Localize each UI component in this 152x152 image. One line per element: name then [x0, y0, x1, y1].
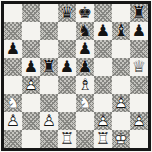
square-h2[interactable]: ♟♙	[130, 112, 148, 130]
square-c2[interactable]: ♟♙	[40, 112, 58, 130]
square-d3[interactable]	[58, 94, 76, 112]
square-h8[interactable]: ♜	[130, 4, 148, 22]
square-d2[interactable]	[58, 112, 76, 130]
piece-white-pawn[interactable]: ♙	[40, 112, 58, 130]
square-e4[interactable]: ♝♗	[76, 76, 94, 94]
square-c3[interactable]	[40, 94, 58, 112]
piece-black-pawn[interactable]: ♟	[94, 22, 112, 40]
chess-diagram: ♛♚♜♞♟♝♟♟♟♟♜♟♟♛♕♟♙♝♗♞♘♞♘♟♙♟♙♟♙♟♙♟♙♜♖♜♖♚♔	[0, 0, 152, 152]
square-a5[interactable]	[4, 58, 22, 76]
square-e1[interactable]	[76, 130, 94, 148]
piece-black-queen[interactable]: ♛	[58, 4, 76, 22]
piece-black-bishop[interactable]: ♝	[112, 22, 130, 40]
square-g6[interactable]	[112, 40, 130, 58]
square-b1[interactable]	[22, 130, 40, 148]
square-a3[interactable]: ♞♘	[4, 94, 22, 112]
square-h7[interactable]: ♟	[130, 22, 148, 40]
square-f7[interactable]: ♟	[94, 22, 112, 40]
square-g3[interactable]: ♟♙	[112, 94, 130, 112]
piece-white-queen[interactable]: ♕	[130, 58, 148, 76]
square-h6[interactable]	[130, 40, 148, 58]
square-d1[interactable]: ♜♖	[58, 130, 76, 148]
piece-white-pawn[interactable]: ♙	[4, 112, 22, 130]
square-e6[interactable]: ♟	[76, 40, 94, 58]
square-f2[interactable]: ♟♙	[94, 112, 112, 130]
piece-white-pawn[interactable]: ♙	[130, 112, 148, 130]
piece-black-rook[interactable]: ♜	[40, 58, 58, 76]
piece-white-rook[interactable]: ♖	[94, 130, 112, 148]
square-d5[interactable]: ♟	[58, 58, 76, 76]
square-a8[interactable]	[4, 4, 22, 22]
square-f4[interactable]	[94, 76, 112, 94]
square-f8[interactable]	[94, 4, 112, 22]
square-c6[interactable]	[40, 40, 58, 58]
square-a2[interactable]: ♟♙	[4, 112, 22, 130]
piece-black-pawn[interactable]: ♟	[4, 40, 22, 58]
square-b4[interactable]: ♟♙	[22, 76, 40, 94]
square-e8[interactable]: ♚	[76, 4, 94, 22]
square-e3[interactable]: ♞♘	[76, 94, 94, 112]
square-d7[interactable]	[58, 22, 76, 40]
piece-black-pawn[interactable]: ♟	[76, 40, 94, 58]
piece-white-rook[interactable]: ♖	[58, 130, 76, 148]
piece-black-pawn[interactable]: ♟	[130, 22, 148, 40]
square-a6[interactable]: ♟	[4, 40, 22, 58]
piece-black-knight[interactable]: ♞	[76, 22, 94, 40]
square-e2[interactable]	[76, 112, 94, 130]
square-d4[interactable]	[58, 76, 76, 94]
square-h4[interactable]	[130, 76, 148, 94]
square-g1[interactable]: ♚♔	[112, 130, 130, 148]
square-g4[interactable]	[112, 76, 130, 94]
piece-white-bishop[interactable]: ♗	[76, 76, 94, 94]
piece-black-rook[interactable]: ♜	[130, 4, 148, 22]
piece-white-king[interactable]: ♔	[112, 130, 130, 148]
piece-white-pawn[interactable]: ♙	[94, 112, 112, 130]
square-g5[interactable]	[112, 58, 130, 76]
square-h3[interactable]	[130, 94, 148, 112]
square-h5[interactable]: ♛♕	[130, 58, 148, 76]
square-f6[interactable]	[94, 40, 112, 58]
square-d6[interactable]	[58, 40, 76, 58]
piece-white-knight[interactable]: ♘	[4, 94, 22, 112]
board-frame: ♛♚♜♞♟♝♟♟♟♟♜♟♟♛♕♟♙♝♗♞♘♞♘♟♙♟♙♟♙♟♙♟♙♜♖♜♖♚♔	[1, 1, 151, 151]
square-c5[interactable]: ♜	[40, 58, 58, 76]
piece-black-pawn[interactable]: ♟	[58, 58, 76, 76]
piece-white-pawn[interactable]: ♙	[22, 76, 40, 94]
square-b2[interactable]	[22, 112, 40, 130]
square-e5[interactable]: ♟	[76, 58, 94, 76]
square-c7[interactable]	[40, 22, 58, 40]
square-c4[interactable]	[40, 76, 58, 94]
piece-white-knight[interactable]: ♘	[76, 94, 94, 112]
square-d8[interactable]: ♛	[58, 4, 76, 22]
square-c1[interactable]	[40, 130, 58, 148]
square-h1[interactable]	[130, 130, 148, 148]
piece-black-pawn[interactable]: ♟	[22, 58, 40, 76]
square-b3[interactable]	[22, 94, 40, 112]
square-g2[interactable]	[112, 112, 130, 130]
piece-black-king[interactable]: ♚	[76, 4, 94, 22]
square-a1[interactable]	[4, 130, 22, 148]
square-a7[interactable]	[4, 22, 22, 40]
square-f1[interactable]: ♜♖	[94, 130, 112, 148]
chess-board: ♛♚♜♞♟♝♟♟♟♟♜♟♟♛♕♟♙♝♗♞♘♞♘♟♙♟♙♟♙♟♙♟♙♜♖♜♖♚♔	[4, 4, 148, 148]
piece-black-pawn[interactable]: ♟	[76, 58, 94, 76]
square-f3[interactable]	[94, 94, 112, 112]
square-e7[interactable]: ♞	[76, 22, 94, 40]
square-a4[interactable]	[4, 76, 22, 94]
square-g7[interactable]: ♝	[112, 22, 130, 40]
square-b6[interactable]	[22, 40, 40, 58]
square-b5[interactable]: ♟	[22, 58, 40, 76]
square-c8[interactable]	[40, 4, 58, 22]
square-b8[interactable]	[22, 4, 40, 22]
piece-white-pawn[interactable]: ♙	[112, 94, 130, 112]
square-f5[interactable]	[94, 58, 112, 76]
square-g8[interactable]	[112, 4, 130, 22]
square-b7[interactable]	[22, 22, 40, 40]
